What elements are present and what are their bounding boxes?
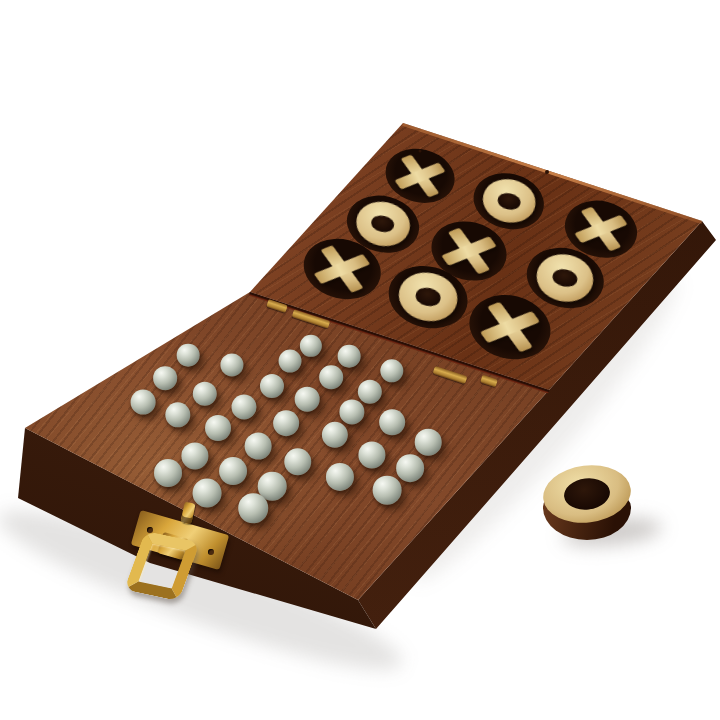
solitaire-ball[interactable] bbox=[232, 395, 257, 420]
solitaire-ball[interactable] bbox=[295, 387, 320, 412]
o-piece-hole bbox=[496, 191, 521, 211]
solitaire-ball[interactable] bbox=[153, 366, 177, 390]
wood-speck bbox=[545, 170, 549, 174]
product-photo-board-game-box bbox=[0, 0, 720, 720]
solitaire-ball[interactable] bbox=[373, 476, 402, 505]
solitaire-ball[interactable] bbox=[193, 479, 222, 508]
solitaire-ball[interactable] bbox=[273, 410, 299, 436]
solitaire-ball[interactable] bbox=[396, 454, 424, 482]
wood-speck bbox=[419, 150, 422, 153]
o-piece-hole bbox=[414, 286, 442, 309]
solitaire-ball[interactable] bbox=[415, 429, 442, 456]
spare-o-piece-hole bbox=[562, 476, 611, 512]
solitaire-ball[interactable] bbox=[238, 493, 268, 523]
o-piece-hole bbox=[370, 214, 396, 235]
solitaire-ball[interactable] bbox=[219, 457, 247, 485]
solitaire-ball[interactable] bbox=[319, 365, 343, 389]
clasp-screw-icon bbox=[208, 549, 214, 555]
solitaire-ball[interactable] bbox=[205, 415, 231, 441]
solitaire-ball[interactable] bbox=[131, 390, 156, 415]
solitaire-ball[interactable] bbox=[177, 344, 200, 367]
solitaire-ball[interactable] bbox=[379, 409, 405, 435]
solitaire-ball[interactable] bbox=[245, 433, 272, 460]
solitaire-ball[interactable] bbox=[260, 374, 284, 398]
solitaire-ball[interactable] bbox=[154, 459, 182, 487]
o-piece-hole bbox=[551, 267, 579, 289]
solitaire-ball[interactable] bbox=[279, 350, 302, 373]
solitaire-ball[interactable] bbox=[338, 345, 361, 368]
